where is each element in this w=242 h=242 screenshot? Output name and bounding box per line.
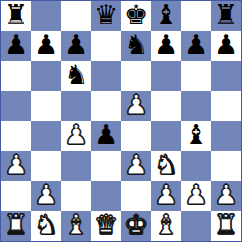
square-e8[interactable]: ♚ <box>121 1 151 31</box>
piece-white-rook[interactable]: ♜ <box>4 211 28 240</box>
square-h4[interactable] <box>211 121 241 151</box>
square-c6[interactable]: ♞ <box>61 61 91 91</box>
square-e2[interactable] <box>121 181 151 211</box>
square-h2[interactable]: ♟ <box>211 181 241 211</box>
piece-white-queen[interactable]: ♛ <box>94 211 118 240</box>
square-a4[interactable] <box>1 121 31 151</box>
square-d4[interactable]: ♟ <box>91 121 121 151</box>
square-f1[interactable]: ♝ <box>151 211 181 241</box>
piece-white-pawn[interactable]: ♟ <box>124 91 148 120</box>
square-a3[interactable]: ♟ <box>1 151 31 181</box>
piece-black-knight[interactable]: ♞ <box>124 31 148 60</box>
piece-black-king[interactable]: ♚ <box>124 1 148 30</box>
square-d7[interactable] <box>91 31 121 61</box>
square-e6[interactable] <box>121 61 151 91</box>
piece-white-knight[interactable]: ♞ <box>34 211 58 240</box>
square-c4[interactable]: ♟ <box>61 121 91 151</box>
square-d3[interactable] <box>91 151 121 181</box>
piece-black-bishop[interactable]: ♝ <box>184 121 208 150</box>
square-g3[interactable] <box>181 151 211 181</box>
square-g4[interactable]: ♝ <box>181 121 211 151</box>
square-a6[interactable] <box>1 61 31 91</box>
piece-black-pawn[interactable]: ♟ <box>64 31 88 60</box>
square-f3[interactable]: ♞ <box>151 151 181 181</box>
square-c3[interactable] <box>61 151 91 181</box>
square-g7[interactable]: ♟ <box>181 31 211 61</box>
square-h3[interactable] <box>211 151 241 181</box>
square-a7[interactable]: ♟ <box>1 31 31 61</box>
piece-white-pawn[interactable]: ♟ <box>4 151 28 180</box>
square-d6[interactable] <box>91 61 121 91</box>
piece-black-bishop[interactable]: ♝ <box>154 1 178 30</box>
piece-white-rook[interactable]: ♜ <box>214 211 238 240</box>
piece-black-pawn[interactable]: ♟ <box>4 31 28 60</box>
piece-white-knight[interactable]: ♞ <box>154 151 178 180</box>
piece-white-king[interactable]: ♚ <box>124 211 148 240</box>
piece-white-pawn[interactable]: ♟ <box>124 151 148 180</box>
square-e1[interactable]: ♚ <box>121 211 151 241</box>
square-b3[interactable] <box>31 151 61 181</box>
piece-white-bishop[interactable]: ♝ <box>64 211 88 240</box>
square-a5[interactable] <box>1 91 31 121</box>
square-d2[interactable] <box>91 181 121 211</box>
square-b4[interactable] <box>31 121 61 151</box>
square-a8[interactable]: ♜ <box>1 1 31 31</box>
piece-black-rook[interactable]: ♜ <box>214 1 238 30</box>
square-f6[interactable] <box>151 61 181 91</box>
piece-black-pawn[interactable]: ♟ <box>184 31 208 60</box>
piece-black-queen[interactable]: ♛ <box>94 1 118 30</box>
square-f4[interactable] <box>151 121 181 151</box>
square-c8[interactable] <box>61 1 91 31</box>
square-e5[interactable]: ♟ <box>121 91 151 121</box>
square-f2[interactable]: ♟ <box>151 181 181 211</box>
piece-black-pawn[interactable]: ♟ <box>154 31 178 60</box>
square-g8[interactable] <box>181 1 211 31</box>
piece-white-pawn[interactable]: ♟ <box>214 181 238 210</box>
square-c5[interactable] <box>61 91 91 121</box>
square-d5[interactable] <box>91 91 121 121</box>
square-c7[interactable]: ♟ <box>61 31 91 61</box>
square-c2[interactable] <box>61 181 91 211</box>
piece-black-pawn[interactable]: ♟ <box>214 31 238 60</box>
square-e7[interactable]: ♞ <box>121 31 151 61</box>
square-b1[interactable]: ♞ <box>31 211 61 241</box>
piece-white-pawn[interactable]: ♟ <box>154 181 178 210</box>
square-f7[interactable]: ♟ <box>151 31 181 61</box>
chess-board-frame: ♜♛♚♝♜♟♟♟♞♟♟♟♞♟♟♟♝♟♟♞♟♟♟♟♜♞♝♛♚♝♜ <box>0 0 242 242</box>
chess-board: ♜♛♚♝♜♟♟♟♞♟♟♟♞♟♟♟♝♟♟♞♟♟♟♟♜♞♝♛♚♝♜ <box>1 1 241 241</box>
square-h7[interactable]: ♟ <box>211 31 241 61</box>
piece-black-knight[interactable]: ♞ <box>64 61 88 90</box>
square-b7[interactable]: ♟ <box>31 31 61 61</box>
square-d1[interactable]: ♛ <box>91 211 121 241</box>
piece-white-pawn[interactable]: ♟ <box>34 181 58 210</box>
piece-white-pawn[interactable]: ♟ <box>184 181 208 210</box>
piece-black-pawn[interactable]: ♟ <box>34 31 58 60</box>
square-f8[interactable]: ♝ <box>151 1 181 31</box>
square-a2[interactable] <box>1 181 31 211</box>
square-b2[interactable]: ♟ <box>31 181 61 211</box>
square-b5[interactable] <box>31 91 61 121</box>
square-g2[interactable]: ♟ <box>181 181 211 211</box>
piece-white-bishop[interactable]: ♝ <box>154 211 178 240</box>
square-c1[interactable]: ♝ <box>61 211 91 241</box>
square-g5[interactable] <box>181 91 211 121</box>
square-f5[interactable] <box>151 91 181 121</box>
square-h6[interactable] <box>211 61 241 91</box>
square-g6[interactable] <box>181 61 211 91</box>
square-h5[interactable] <box>211 91 241 121</box>
square-g1[interactable] <box>181 211 211 241</box>
piece-white-pawn[interactable]: ♟ <box>64 121 88 150</box>
square-b6[interactable] <box>31 61 61 91</box>
square-h1[interactable]: ♜ <box>211 211 241 241</box>
square-h8[interactable]: ♜ <box>211 1 241 31</box>
square-d8[interactable]: ♛ <box>91 1 121 31</box>
square-a1[interactable]: ♜ <box>1 211 31 241</box>
square-b8[interactable] <box>31 1 61 31</box>
piece-black-rook[interactable]: ♜ <box>4 1 28 30</box>
piece-black-pawn[interactable]: ♟ <box>94 121 118 150</box>
square-e4[interactable] <box>121 121 151 151</box>
square-e3[interactable]: ♟ <box>121 151 151 181</box>
